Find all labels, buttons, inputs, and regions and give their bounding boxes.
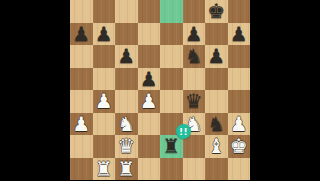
square-g6[interactable]: ♟: [205, 45, 228, 68]
square-b8[interactable]: [93, 0, 116, 23]
square-f7[interactable]: ♟: [183, 23, 206, 46]
chess-board: !! ♚♟♟♟♟♟♞♟♟♟♟♛♟♞♞♞♟♛♜♝♚♜♜: [70, 0, 250, 180]
square-f5[interactable]: [183, 68, 206, 91]
square-c4[interactable]: [115, 90, 138, 113]
square-f6[interactable]: ♞: [183, 45, 206, 68]
piece-white-knight[interactable]: ♞: [115, 113, 138, 136]
square-e1[interactable]: [160, 158, 183, 181]
piece-white-queen[interactable]: ♛: [115, 135, 138, 158]
square-e6[interactable]: [160, 45, 183, 68]
piece-white-pawn[interactable]: ♟: [138, 90, 161, 113]
square-d4[interactable]: ♟: [138, 90, 161, 113]
square-e8[interactable]: [160, 0, 183, 23]
square-d1[interactable]: [138, 158, 161, 181]
square-c6[interactable]: ♟: [115, 45, 138, 68]
square-e7[interactable]: [160, 23, 183, 46]
square-h5[interactable]: [228, 68, 251, 91]
square-g1[interactable]: [205, 158, 228, 181]
piece-black-pawn[interactable]: ♟: [183, 23, 206, 46]
square-e5[interactable]: [160, 68, 183, 91]
square-d2[interactable]: [138, 135, 161, 158]
square-c3[interactable]: ♞: [115, 113, 138, 136]
piece-white-rook[interactable]: ♜: [115, 158, 138, 181]
piece-black-pawn[interactable]: ♟: [70, 23, 93, 46]
square-g8[interactable]: ♚: [205, 0, 228, 23]
piece-white-king[interactable]: ♚: [228, 135, 251, 158]
square-c5[interactable]: [115, 68, 138, 91]
piece-white-pawn[interactable]: ♟: [93, 90, 116, 113]
piece-black-pawn[interactable]: ♟: [205, 45, 228, 68]
square-f1[interactable]: [183, 158, 206, 181]
square-d6[interactable]: [138, 45, 161, 68]
piece-white-bishop[interactable]: ♝: [205, 135, 228, 158]
square-d8[interactable]: [138, 0, 161, 23]
square-c8[interactable]: [115, 0, 138, 23]
square-a8[interactable]: [70, 0, 93, 23]
square-b4[interactable]: ♟: [93, 90, 116, 113]
piece-black-queen[interactable]: ♛: [183, 90, 206, 113]
brilliant-move-badge: !!: [176, 124, 191, 139]
square-a1[interactable]: [70, 158, 93, 181]
piece-black-rook[interactable]: ♜: [160, 135, 183, 158]
piece-black-king[interactable]: ♚: [205, 0, 228, 23]
piece-black-pawn[interactable]: ♟: [115, 45, 138, 68]
square-c1[interactable]: ♜: [115, 158, 138, 181]
square-h2[interactable]: ♚: [228, 135, 251, 158]
piece-black-pawn[interactable]: ♟: [228, 23, 251, 46]
square-b1[interactable]: ♜: [93, 158, 116, 181]
square-h3[interactable]: ♟: [228, 113, 251, 136]
piece-white-rook[interactable]: ♜: [93, 158, 116, 181]
square-h6[interactable]: [228, 45, 251, 68]
square-e4[interactable]: [160, 90, 183, 113]
square-e2[interactable]: ♜: [160, 135, 183, 158]
square-f4[interactable]: ♛: [183, 90, 206, 113]
square-f8[interactable]: [183, 0, 206, 23]
piece-white-pawn[interactable]: ♟: [228, 113, 251, 136]
square-g2[interactable]: ♝: [205, 135, 228, 158]
square-d7[interactable]: [138, 23, 161, 46]
square-h4[interactable]: [228, 90, 251, 113]
square-b6[interactable]: [93, 45, 116, 68]
square-a4[interactable]: [70, 90, 93, 113]
square-h1[interactable]: [228, 158, 251, 181]
letterboxed-stage: !! ♚♟♟♟♟♟♞♟♟♟♟♛♟♞♞♞♟♛♜♝♚♜♜: [0, 0, 320, 180]
square-g4[interactable]: [205, 90, 228, 113]
square-a2[interactable]: [70, 135, 93, 158]
piece-white-pawn[interactable]: ♟: [70, 113, 93, 136]
square-g3[interactable]: ♞: [205, 113, 228, 136]
square-a3[interactable]: ♟: [70, 113, 93, 136]
square-g7[interactable]: [205, 23, 228, 46]
square-g5[interactable]: [205, 68, 228, 91]
piece-black-knight[interactable]: ♞: [205, 113, 228, 136]
square-b7[interactable]: ♟: [93, 23, 116, 46]
piece-black-pawn[interactable]: ♟: [138, 68, 161, 91]
square-b3[interactable]: [93, 113, 116, 136]
square-c2[interactable]: ♛: [115, 135, 138, 158]
square-h8[interactable]: [228, 0, 251, 23]
square-d3[interactable]: [138, 113, 161, 136]
square-b2[interactable]: [93, 135, 116, 158]
square-a6[interactable]: [70, 45, 93, 68]
piece-black-knight[interactable]: ♞: [183, 45, 206, 68]
square-b5[interactable]: [93, 68, 116, 91]
square-h7[interactable]: ♟: [228, 23, 251, 46]
square-c7[interactable]: [115, 23, 138, 46]
square-a7[interactable]: ♟: [70, 23, 93, 46]
piece-black-pawn[interactable]: ♟: [93, 23, 116, 46]
square-a5[interactable]: [70, 68, 93, 91]
square-d5[interactable]: ♟: [138, 68, 161, 91]
